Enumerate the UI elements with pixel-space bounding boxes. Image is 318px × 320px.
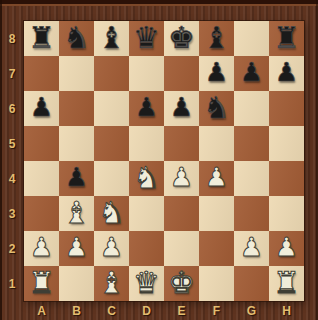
square-f2[interactable] [199, 231, 234, 266]
file-labels: ABCDEFGH [24, 302, 304, 320]
rank-label-8: 8 [0, 21, 24, 56]
file-label-e: E [164, 302, 199, 320]
square-b6[interactable] [59, 91, 94, 126]
square-a1[interactable]: ♜ [24, 266, 59, 301]
square-d8[interactable]: ♛ [129, 21, 164, 56]
square-c2[interactable]: ♟ [94, 231, 129, 266]
square-e4[interactable]: ♟ [164, 161, 199, 196]
square-h3[interactable] [269, 196, 304, 231]
square-h7[interactable]: ♟ [269, 56, 304, 91]
file-label-h: H [269, 302, 304, 320]
rank-label-3: 3 [0, 196, 24, 231]
white-knight-d4[interactable]: ♞ [133, 160, 160, 195]
frame-right-edge [316, 0, 318, 320]
black-knight-f6[interactable]: ♞ [203, 90, 230, 125]
square-b8[interactable]: ♞ [59, 21, 94, 56]
square-h6[interactable] [269, 91, 304, 126]
square-e2[interactable] [164, 231, 199, 266]
black-rook-a8[interactable]: ♜ [28, 20, 55, 55]
white-bishop-c1[interactable]: ♝ [98, 265, 125, 300]
square-g1[interactable] [234, 266, 269, 301]
square-f7[interactable]: ♟ [199, 56, 234, 91]
square-f8[interactable]: ♝ [199, 21, 234, 56]
square-b3[interactable]: ♝ [59, 196, 94, 231]
square-d6[interactable]: ♟ [129, 91, 164, 126]
rank-label-5: 5 [0, 126, 24, 161]
black-pawn-g7[interactable]: ♟ [240, 55, 263, 90]
square-c4[interactable] [94, 161, 129, 196]
square-a5[interactable] [24, 126, 59, 161]
white-pawn-c2[interactable]: ♟ [100, 230, 123, 265]
square-g7[interactable]: ♟ [234, 56, 269, 91]
black-pawn-a6[interactable]: ♟ [30, 90, 53, 125]
black-queen-d8[interactable]: ♛ [133, 20, 160, 55]
square-c3[interactable]: ♞ [94, 196, 129, 231]
white-pawn-e4[interactable]: ♟ [170, 160, 193, 195]
square-a2[interactable]: ♟ [24, 231, 59, 266]
square-d4[interactable]: ♞ [129, 161, 164, 196]
black-rook-h8[interactable]: ♜ [273, 20, 300, 55]
square-c7[interactable] [94, 56, 129, 91]
square-h8[interactable]: ♜ [269, 21, 304, 56]
black-bishop-f8[interactable]: ♝ [203, 20, 230, 55]
square-e6[interactable]: ♟ [164, 91, 199, 126]
board: ♜♞♝♛♚♝♜♟♟♟♟♟♟♞♟♞♟♟♝♞♟♟♟♟♟♜♝♛♚♜ [24, 21, 304, 301]
square-h4[interactable] [269, 161, 304, 196]
rank-labels: 87654321 [0, 21, 24, 301]
square-d2[interactable] [129, 231, 164, 266]
white-pawn-f4[interactable]: ♟ [205, 160, 228, 195]
white-pawn-a2[interactable]: ♟ [30, 230, 53, 265]
square-f3[interactable] [199, 196, 234, 231]
square-f4[interactable]: ♟ [199, 161, 234, 196]
square-c6[interactable] [94, 91, 129, 126]
square-h5[interactable] [269, 126, 304, 161]
white-pawn-b2[interactable]: ♟ [65, 230, 88, 265]
white-rook-h1[interactable]: ♜ [273, 265, 300, 300]
square-a8[interactable]: ♜ [24, 21, 59, 56]
square-h1[interactable]: ♜ [269, 266, 304, 301]
square-g6[interactable] [234, 91, 269, 126]
file-label-c: C [94, 302, 129, 320]
rank-label-2: 2 [0, 231, 24, 266]
square-e3[interactable] [164, 196, 199, 231]
square-g4[interactable] [234, 161, 269, 196]
square-d3[interactable] [129, 196, 164, 231]
square-c8[interactable]: ♝ [94, 21, 129, 56]
file-label-g: G [234, 302, 269, 320]
rank-label-4: 4 [0, 161, 24, 196]
file-label-f: F [199, 302, 234, 320]
rank-label-1: 1 [0, 266, 24, 301]
white-pawn-h2[interactable]: ♟ [275, 230, 298, 265]
white-queen-d1[interactable]: ♛ [133, 265, 160, 300]
square-a6[interactable]: ♟ [24, 91, 59, 126]
black-pawn-e6[interactable]: ♟ [170, 90, 193, 125]
black-king-e8[interactable]: ♚ [168, 20, 195, 55]
square-b4[interactable]: ♟ [59, 161, 94, 196]
square-e5[interactable] [164, 126, 199, 161]
square-g2[interactable]: ♟ [234, 231, 269, 266]
white-pawn-g2[interactable]: ♟ [240, 230, 263, 265]
black-pawn-h7[interactable]: ♟ [275, 55, 298, 90]
rank-label-6: 6 [0, 91, 24, 126]
square-a3[interactable] [24, 196, 59, 231]
black-pawn-b4[interactable]: ♟ [65, 160, 88, 195]
black-pawn-f7[interactable]: ♟ [205, 55, 228, 90]
square-h2[interactable]: ♟ [269, 231, 304, 266]
square-a7[interactable] [24, 56, 59, 91]
white-knight-c3[interactable]: ♞ [98, 195, 125, 230]
square-d5[interactable] [129, 126, 164, 161]
square-d7[interactable] [129, 56, 164, 91]
square-e8[interactable]: ♚ [164, 21, 199, 56]
square-a4[interactable] [24, 161, 59, 196]
black-bishop-c8[interactable]: ♝ [98, 20, 125, 55]
white-bishop-b3[interactable]: ♝ [63, 195, 90, 230]
square-c5[interactable] [94, 126, 129, 161]
square-b7[interactable] [59, 56, 94, 91]
square-b5[interactable] [59, 126, 94, 161]
square-b1[interactable] [59, 266, 94, 301]
square-f5[interactable] [199, 126, 234, 161]
square-g8[interactable] [234, 21, 269, 56]
frame-ridge [0, 4, 318, 6]
square-g5[interactable] [234, 126, 269, 161]
square-e7[interactable] [164, 56, 199, 91]
square-d1[interactable]: ♛ [129, 266, 164, 301]
black-knight-b8[interactable]: ♞ [63, 20, 90, 55]
file-label-d: D [129, 302, 164, 320]
white-rook-a1[interactable]: ♜ [28, 265, 55, 300]
square-f6[interactable]: ♞ [199, 91, 234, 126]
black-pawn-d6[interactable]: ♟ [135, 90, 158, 125]
white-king-e1[interactable]: ♚ [168, 265, 195, 300]
square-c1[interactable]: ♝ [94, 266, 129, 301]
square-f1[interactable] [199, 266, 234, 301]
rank-label-7: 7 [0, 56, 24, 91]
square-g3[interactable] [234, 196, 269, 231]
file-label-b: B [59, 302, 94, 320]
square-e1[interactable]: ♚ [164, 266, 199, 301]
square-b2[interactable]: ♟ [59, 231, 94, 266]
chessboard-widget: 87654321 ♜♞♝♛♚♝♜♟♟♟♟♟♟♞♟♞♟♟♝♞♟♟♟♟♟♜♝♛♚♜ … [0, 0, 318, 320]
file-label-a: A [24, 302, 59, 320]
